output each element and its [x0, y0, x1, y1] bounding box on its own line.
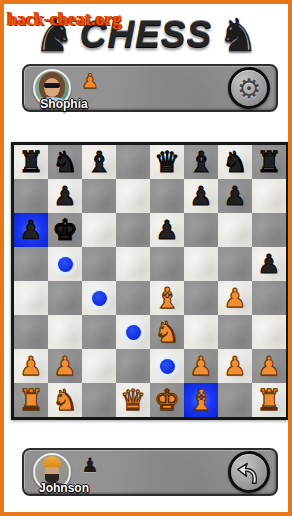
- square-b4[interactable]: [48, 281, 82, 315]
- white-pawn: ♟: [53, 349, 76, 383]
- black-king: ♚: [52, 213, 78, 247]
- square-f2[interactable]: ♟: [184, 349, 218, 383]
- square-g5[interactable]: [218, 247, 252, 281]
- square-d3[interactable]: [116, 315, 150, 349]
- square-a7[interactable]: [14, 179, 48, 213]
- move-dot[interactable]: [92, 291, 107, 306]
- square-h3[interactable]: [252, 315, 286, 349]
- white-pawn-icon: ♟: [81, 69, 99, 93]
- square-b8[interactable]: ♞: [48, 145, 82, 179]
- square-c2[interactable]: [82, 349, 116, 383]
- black-pawn-icon: ♟: [81, 453, 99, 477]
- square-f4[interactable]: [184, 281, 218, 315]
- square-f6[interactable]: [184, 213, 218, 247]
- chess-board: ♜♞♝♛♝♞♜♟♟♟♟♚♟♟♝♟♞♟♟♟♟♟♜♞♛♚♝♜: [11, 142, 289, 420]
- app-window: hack-cheat.org ♞ CHESS ♞ ♟ Shophia ⚙ ♜♞♝…: [0, 0, 292, 516]
- square-h5[interactable]: ♟: [252, 247, 286, 281]
- white-pawn: ♟: [189, 349, 212, 383]
- square-g3[interactable]: [218, 315, 252, 349]
- square-c6[interactable]: [82, 213, 116, 247]
- square-e3[interactable]: ♞: [150, 315, 184, 349]
- black-knight: ♞: [52, 145, 78, 179]
- settings-button[interactable]: ⚙: [228, 67, 270, 109]
- undo-arrow-icon: [235, 459, 263, 485]
- square-e7[interactable]: [150, 179, 184, 213]
- square-b1[interactable]: ♞: [48, 383, 82, 417]
- square-d5[interactable]: [116, 247, 150, 281]
- white-rook: ♜: [256, 383, 282, 417]
- square-d2[interactable]: [116, 349, 150, 383]
- square-d8[interactable]: [116, 145, 150, 179]
- black-queen: ♛: [154, 145, 180, 179]
- white-pawn: ♟: [223, 349, 246, 383]
- white-bishop: ♝: [154, 281, 180, 315]
- square-b5[interactable]: [48, 247, 82, 281]
- square-g8[interactable]: ♞: [218, 145, 252, 179]
- square-a5[interactable]: [14, 247, 48, 281]
- square-a3[interactable]: [14, 315, 48, 349]
- square-c3[interactable]: [82, 315, 116, 349]
- square-b3[interactable]: [48, 315, 82, 349]
- square-e5[interactable]: [150, 247, 184, 281]
- square-e8[interactable]: ♛: [150, 145, 184, 179]
- square-h4[interactable]: [252, 281, 286, 315]
- square-e6[interactable]: ♟: [150, 213, 184, 247]
- square-c7[interactable]: [82, 179, 116, 213]
- square-c4[interactable]: [82, 281, 116, 315]
- move-dot[interactable]: [160, 359, 175, 374]
- square-g7[interactable]: ♟: [218, 179, 252, 213]
- square-d7[interactable]: [116, 179, 150, 213]
- white-king: ♚: [154, 383, 180, 417]
- white-queen: ♛: [120, 383, 146, 417]
- square-d4[interactable]: [116, 281, 150, 315]
- player-name: Johnson: [24, 481, 104, 495]
- square-h6[interactable]: [252, 213, 286, 247]
- black-pawn: ♟: [189, 179, 212, 213]
- black-bishop: ♝: [188, 145, 214, 179]
- player-name: Shophia: [24, 97, 104, 111]
- white-pawn: ♟: [223, 281, 246, 315]
- square-g4[interactable]: ♟: [218, 281, 252, 315]
- square-c8[interactable]: ♝: [82, 145, 116, 179]
- square-b2[interactable]: ♟: [48, 349, 82, 383]
- square-g2[interactable]: ♟: [218, 349, 252, 383]
- move-dot[interactable]: [58, 257, 73, 272]
- white-bishop: ♝: [188, 383, 214, 417]
- square-h7[interactable]: [252, 179, 286, 213]
- square-e2[interactable]: [150, 349, 184, 383]
- square-a1[interactable]: ♜: [14, 383, 48, 417]
- square-f8[interactable]: ♝: [184, 145, 218, 179]
- top-player-bar: ♟ Shophia ⚙: [22, 64, 278, 112]
- square-d6[interactable]: [116, 213, 150, 247]
- black-pawn: ♟: [53, 179, 76, 213]
- white-knight: ♞: [52, 383, 78, 417]
- square-f7[interactable]: ♟: [184, 179, 218, 213]
- black-pawn: ♟: [257, 247, 280, 281]
- move-dot[interactable]: [126, 325, 141, 340]
- square-b7[interactable]: ♟: [48, 179, 82, 213]
- white-pawn: ♟: [257, 349, 280, 383]
- black-pawn: ♟: [223, 179, 246, 213]
- square-a2[interactable]: ♟: [14, 349, 48, 383]
- black-pawn: ♟: [155, 213, 178, 247]
- white-rook: ♜: [18, 383, 44, 417]
- square-h1[interactable]: ♜: [252, 383, 286, 417]
- square-a8[interactable]: ♜: [14, 145, 48, 179]
- square-b6[interactable]: ♚: [48, 213, 82, 247]
- square-h8[interactable]: ♜: [252, 145, 286, 179]
- white-pawn: ♟: [19, 349, 42, 383]
- square-e4[interactable]: ♝: [150, 281, 184, 315]
- gear-icon: ⚙: [237, 73, 261, 104]
- square-c1[interactable]: [82, 383, 116, 417]
- black-bishop: ♝: [86, 145, 112, 179]
- bottom-player-bar: ♟ Johnson: [22, 448, 278, 496]
- square-h2[interactable]: ♟: [252, 349, 286, 383]
- square-d1[interactable]: ♛: [116, 383, 150, 417]
- black-rook: ♜: [256, 145, 282, 179]
- square-f1[interactable]: ♝: [184, 383, 218, 417]
- undo-button[interactable]: [228, 451, 270, 493]
- square-c5[interactable]: [82, 247, 116, 281]
- black-pawn: ♟: [19, 213, 42, 247]
- square-f5[interactable]: [184, 247, 218, 281]
- white-knight: ♞: [154, 315, 180, 349]
- square-e1[interactable]: ♚: [150, 383, 184, 417]
- square-a6[interactable]: ♟: [14, 213, 48, 247]
- square-a4[interactable]: [14, 281, 48, 315]
- watermark-text: hack-cheat.org: [7, 9, 121, 30]
- black-rook: ♜: [18, 145, 44, 179]
- square-g1[interactable]: [218, 383, 252, 417]
- black-knight: ♞: [222, 145, 248, 179]
- knight-icon: ♞: [217, 9, 258, 61]
- square-f3[interactable]: [184, 315, 218, 349]
- square-g6[interactable]: [218, 213, 252, 247]
